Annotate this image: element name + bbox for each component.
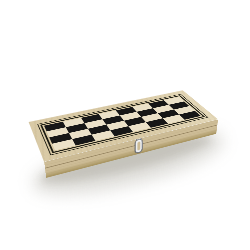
product-photo-canvas (0, 0, 250, 250)
photo-3d-scene (0, 0, 250, 250)
clasp-icon (133, 135, 145, 156)
clasp-latch (133, 135, 145, 156)
